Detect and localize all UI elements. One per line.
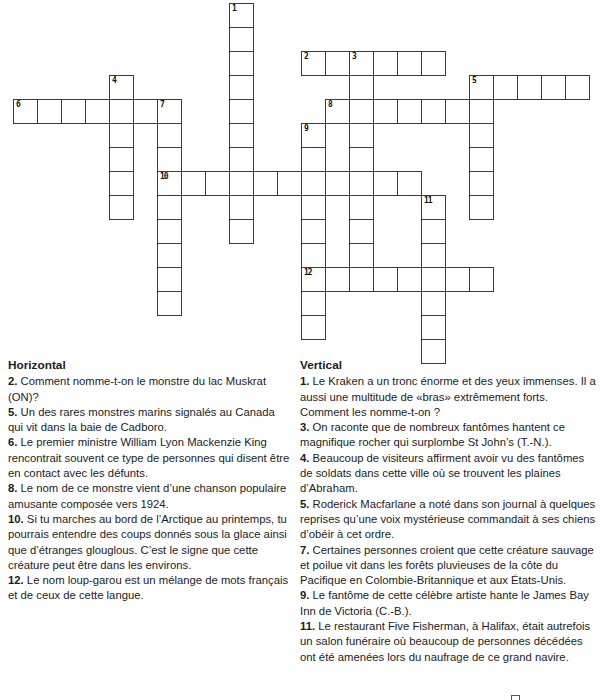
clue-across-12: 12. Le nom loup-garou est un mélange de … <box>8 573 293 604</box>
clue-number: 9. <box>300 589 309 601</box>
crossword-cell[interactable] <box>157 147 182 172</box>
clue-number-label: 5 <box>472 77 476 85</box>
crossword-cell[interactable] <box>301 315 326 340</box>
crossword-cell[interactable] <box>469 195 494 220</box>
clue-number-label: 12 <box>304 269 312 277</box>
crossword-cell[interactable] <box>301 147 326 172</box>
crossword-cell[interactable]: 9 <box>301 123 326 148</box>
clue-across-6: 6. Le premier ministre William Lyon Mack… <box>8 435 293 481</box>
clue-number-label: 7 <box>160 101 164 109</box>
clue-number-label: 8 <box>328 101 332 109</box>
clue-number: 12. <box>8 574 24 586</box>
crossword-cell[interactable] <box>157 219 182 244</box>
crossword-cell[interactable] <box>109 195 134 220</box>
clue-number-label: 6 <box>16 101 20 109</box>
crossword-cell[interactable] <box>349 123 374 148</box>
crossword-cell[interactable] <box>421 99 446 124</box>
crossword-cell[interactable]: 4 <box>109 75 134 100</box>
crossword-cell[interactable]: 3 <box>349 51 374 76</box>
crossword-cell[interactable] <box>469 171 494 196</box>
clue-across-10: 10. Si tu marches au bord de l’Arctique … <box>8 512 293 573</box>
clue-number-label: 10 <box>160 173 168 181</box>
crossword-cell[interactable] <box>469 267 494 292</box>
crossword-cell[interactable] <box>373 99 398 124</box>
clue-number: 7. <box>300 544 309 556</box>
cut-off-checkbox <box>511 695 520 700</box>
clue-number-label: 4 <box>112 77 116 85</box>
clue-down-1: 1. Le Kraken a un tronc énorme et des ye… <box>300 374 598 420</box>
crossword-cell[interactable] <box>301 195 326 220</box>
clue-across-8: 8. Le nom de ce monstre vient d’une chan… <box>8 481 293 512</box>
crossword-cell[interactable] <box>229 219 254 244</box>
clues-vertical: Vertical 1. Le Kraken a un tronc énorme … <box>300 358 598 665</box>
clue-number: 11. <box>300 620 315 632</box>
crossword-cell[interactable] <box>565 75 590 100</box>
crossword-cell[interactable]: 8 <box>325 99 350 124</box>
crossword-cell[interactable] <box>157 123 182 148</box>
clue-number: 3. <box>300 421 309 433</box>
crossword-cell[interactable] <box>349 75 374 100</box>
crossword-cell[interactable] <box>277 171 302 196</box>
crossword-cell[interactable]: 5 <box>469 75 494 100</box>
clue-number-label: 3 <box>352 53 356 61</box>
crossword-cell[interactable] <box>349 243 374 268</box>
clue-number: 6. <box>8 436 17 448</box>
crossword-cell[interactable] <box>61 99 86 124</box>
crossword-cell[interactable]: 7 <box>157 99 182 124</box>
clue-across-5: 5. Un des rares monstres marins signalés… <box>8 405 293 436</box>
crossword-cell[interactable] <box>469 147 494 172</box>
crossword-cell[interactable] <box>421 267 446 292</box>
crossword-cell[interactable] <box>229 51 254 76</box>
clue-number: 8. <box>8 482 17 494</box>
crossword-cell[interactable] <box>397 51 422 76</box>
crossword-cell[interactable]: 10 <box>157 171 182 196</box>
crossword-cell[interactable] <box>85 99 110 124</box>
crossword-cell[interactable] <box>421 243 446 268</box>
clue-number-label: 11 <box>424 197 432 205</box>
crossword-cell[interactable] <box>229 147 254 172</box>
crossword-cell[interactable] <box>349 147 374 172</box>
crossword-cell[interactable] <box>301 291 326 316</box>
crossword-cell[interactable] <box>421 315 446 340</box>
crossword-cell[interactable] <box>37 99 62 124</box>
crossword-cell[interactable] <box>229 123 254 148</box>
clue-down-9: 9. Le fantôme de cette célèbre artiste h… <box>300 588 598 619</box>
crossword-cell[interactable] <box>325 51 350 76</box>
crossword-cell[interactable] <box>229 75 254 100</box>
clue-down-11: 11. Le restaurant Five Fisherman, à Hali… <box>300 619 598 665</box>
crossword-cell[interactable] <box>157 195 182 220</box>
crossword-grid: 123456789101112 <box>0 0 600 370</box>
crossword-cell[interactable] <box>205 171 230 196</box>
crossword-cell[interactable] <box>373 171 398 196</box>
crossword-cell[interactable] <box>301 171 326 196</box>
crossword-cell[interactable] <box>229 99 254 124</box>
crossword-cell[interactable] <box>421 51 446 76</box>
clue-number-label: 9 <box>304 125 308 133</box>
crossword-cell[interactable] <box>349 267 374 292</box>
clues-horizontal: Horizontal 2. Comment nomme-t-on le mons… <box>8 358 293 604</box>
crossword-cell[interactable] <box>325 267 350 292</box>
crossword-cell[interactable] <box>181 171 206 196</box>
crossword-cell[interactable]: 6 <box>13 99 38 124</box>
crossword-cell[interactable] <box>469 123 494 148</box>
crossword-cell[interactable] <box>157 291 182 316</box>
crossword-cell[interactable]: 1 <box>229 3 254 28</box>
crossword-cell[interactable] <box>445 99 470 124</box>
clue-across-2: 2. Comment nomme-t-on le monstre du lac … <box>8 374 293 405</box>
crossword-cell[interactable] <box>349 171 374 196</box>
crossword-cell[interactable] <box>229 195 254 220</box>
crossword-cell[interactable] <box>493 75 518 100</box>
crossword-cell[interactable] <box>133 99 158 124</box>
crossword-cell[interactable] <box>469 99 494 124</box>
clue-down-4: 4. Beaucoup de visiteurs affirment avoir… <box>300 451 598 497</box>
vertical-heading: Vertical <box>300 358 598 373</box>
crossword-cell[interactable] <box>157 267 182 292</box>
crossword-cell[interactable] <box>421 219 446 244</box>
clue-number-label: 2 <box>304 53 308 61</box>
crossword-cell[interactable]: 12 <box>301 267 326 292</box>
crossword-cell[interactable] <box>109 99 134 124</box>
clue-number: 10. <box>8 513 24 525</box>
clue-number: 5. <box>8 406 17 418</box>
crossword-cell[interactable] <box>301 243 326 268</box>
clue-down-7: 7. Certaines personnes croient que cette… <box>300 543 598 589</box>
crossword-cell[interactable] <box>541 75 566 100</box>
crossword-cell[interactable] <box>349 99 374 124</box>
crossword-cell[interactable] <box>229 27 254 52</box>
crossword-cell[interactable] <box>445 267 470 292</box>
crossword-cell[interactable]: 11 <box>421 195 446 220</box>
crossword-cell[interactable] <box>397 171 422 196</box>
crossword-cell[interactable] <box>157 243 182 268</box>
crossword-cell[interactable] <box>109 147 134 172</box>
clue-number-label: 1 <box>232 5 236 13</box>
crossword-cell[interactable] <box>373 267 398 292</box>
crossword-cell[interactable]: 2 <box>301 51 326 76</box>
crossword-cell[interactable] <box>397 99 422 124</box>
crossword-cell[interactable] <box>349 195 374 220</box>
crossword-cell[interactable] <box>325 171 350 196</box>
clue-down-5: 5. Roderick Macfarlane a noté dans son j… <box>300 497 598 543</box>
crossword-cell[interactable] <box>253 171 278 196</box>
clue-down-3: 3. On raconte que de nombreux fantômes h… <box>300 420 598 451</box>
crossword-cell[interactable] <box>229 171 254 196</box>
clue-number: 5. <box>300 498 309 510</box>
clue-number: 1. <box>300 375 309 387</box>
clue-number: 2. <box>8 375 17 387</box>
crossword-cell[interactable] <box>373 51 398 76</box>
clue-number: 4. <box>300 452 309 464</box>
crossword-cell[interactable] <box>109 123 134 148</box>
horizontal-heading: Horizontal <box>8 358 293 373</box>
crossword-cell[interactable] <box>349 219 374 244</box>
crossword-cell[interactable] <box>301 219 326 244</box>
crossword-cell[interactable] <box>109 171 134 196</box>
crossword-cell[interactable] <box>517 75 542 100</box>
crossword-cell[interactable] <box>397 267 422 292</box>
crossword-cell[interactable] <box>421 291 446 316</box>
